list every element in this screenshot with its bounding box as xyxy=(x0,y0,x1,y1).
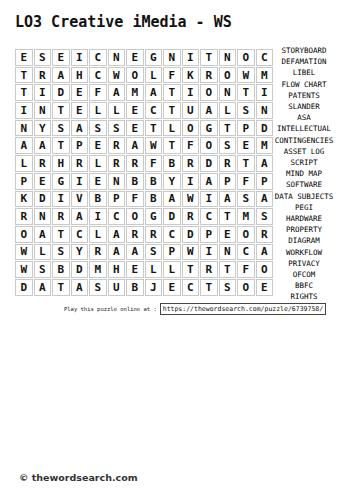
word-list-item: HARDWARE xyxy=(266,213,342,224)
grid-cell-r2c13: W xyxy=(237,67,255,84)
grid-cell-r8c9: Y xyxy=(163,173,181,190)
word-list-item: DATA SUBJECTS xyxy=(266,191,342,202)
grid-cell-r3c9: T xyxy=(163,84,181,101)
grid-cell-r11c12: E xyxy=(219,226,237,243)
grid-cell-r12c3: S xyxy=(52,244,70,261)
grid-cell-r2c8: L xyxy=(145,67,163,84)
grid-cell-r14c12: S xyxy=(219,279,237,296)
grid-cell-r7c8: F xyxy=(145,155,163,172)
grid-cell-r9c9: A xyxy=(163,191,181,208)
grid-cell-r13c13: F xyxy=(237,261,255,278)
grid-cell-r3c5: F xyxy=(89,84,107,101)
grid-cell-r3c4: E xyxy=(71,84,89,101)
word-list-item: SOFTWARE xyxy=(266,179,342,190)
grid-cell-r12c12: N xyxy=(219,244,237,261)
grid-cell-r4c6: L xyxy=(108,102,126,119)
grid-cell-r5c4: A xyxy=(71,120,89,137)
grid-cell-r1c7: E xyxy=(126,49,144,66)
grid-cell-r3c3: D xyxy=(52,84,70,101)
grid-cell-r2c3: A xyxy=(52,67,70,84)
grid-cell-r1c9: N xyxy=(163,49,181,66)
grid-cell-r1c5: C xyxy=(89,49,107,66)
grid-cell-r6c8: W xyxy=(145,137,163,154)
word-list-item: LIBEL xyxy=(266,67,342,78)
grid-cell-r9c11: I xyxy=(200,191,218,208)
grid-cell-r5c2: Y xyxy=(34,120,52,137)
puzzle-url-link[interactable]: https://thewordsearch.com/puzzle/6739758… xyxy=(160,303,326,315)
grid-cell-r4c3: T xyxy=(52,102,70,119)
grid-cell-r10c9: D xyxy=(163,208,181,225)
grid-cell-r2c4: H xyxy=(71,67,89,84)
grid-cell-r9c2: D xyxy=(34,191,52,208)
grid-cell-r12c5: R xyxy=(89,244,107,261)
grid-cell-r9c6: P xyxy=(108,191,126,208)
word-list-item: MIND MAP xyxy=(266,168,342,179)
grid-cell-r7c2: R xyxy=(34,155,52,172)
copyright-footer: © thewordsearch.com xyxy=(19,472,138,483)
grid-cell-r1c3: E xyxy=(52,49,70,66)
grid-cell-r13c9: L xyxy=(163,261,181,278)
grid-cell-r10c5: I xyxy=(89,208,107,225)
grid-cell-r6c5: E xyxy=(89,137,107,154)
grid-cell-r13c1: W xyxy=(15,261,33,278)
grid-cell-r7c6: R xyxy=(108,155,126,172)
grid-cell-r13c10: T xyxy=(182,261,200,278)
grid-cell-r7c13: T xyxy=(237,155,255,172)
word-list-item: PEGI xyxy=(266,202,342,213)
grid-cell-r6c6: R xyxy=(108,137,126,154)
grid-cell-r9c13: S xyxy=(237,191,255,208)
grid-cell-r14c6: U xyxy=(108,279,126,296)
grid-cell-r5c13: P xyxy=(237,120,255,137)
grid-cell-r11c3: T xyxy=(52,226,70,243)
grid-cell-r13c7: E xyxy=(126,261,144,278)
grid-cell-r5c1: N xyxy=(15,120,33,137)
word-list-item: DIAGRAM xyxy=(266,235,342,246)
grid-cell-r7c7: R xyxy=(126,155,144,172)
grid-cell-r8c7: B xyxy=(126,173,144,190)
grid-cell-r5c9: L xyxy=(163,120,181,137)
grid-cell-r6c2: A xyxy=(34,137,52,154)
grid-cell-r2c7: O xyxy=(126,67,144,84)
word-list-item: SLANDER xyxy=(266,101,342,112)
grid-cell-r5c11: G xyxy=(200,120,218,137)
word-list-item: FLOW CHART xyxy=(266,79,342,90)
grid-cell-r1c12: N xyxy=(219,49,237,66)
grid-cell-r4c10: U xyxy=(182,102,200,119)
grid-cell-r2c10: K xyxy=(182,67,200,84)
grid-cell-r2c11: R xyxy=(200,67,218,84)
grid-cell-r14c13: O xyxy=(237,279,255,296)
grid-cell-r9c5: B xyxy=(89,191,107,208)
grid-cell-r5c7: E xyxy=(126,120,144,137)
grid-cell-r3c13: T xyxy=(237,84,255,101)
play-online-label: Play this puzzle online at : xyxy=(64,306,157,312)
grid-cell-r13c11: R xyxy=(200,261,218,278)
grid-cell-r3c6: A xyxy=(108,84,126,101)
grid-cell-r10c12: T xyxy=(219,208,237,225)
page-title: LO3 Creative iMedia - WS xyxy=(15,13,232,31)
grid-cell-r8c5: E xyxy=(89,173,107,190)
word-list-item: RIGHTS xyxy=(266,291,342,302)
word-list-item: ASA xyxy=(266,112,342,123)
grid-cell-r14c4: A xyxy=(71,279,89,296)
grid-cell-r10c6: C xyxy=(108,208,126,225)
word-list-item: DEFAMATION xyxy=(266,56,342,67)
grid-cell-r6c12: S xyxy=(219,137,237,154)
grid-cell-r4c1: I xyxy=(15,102,33,119)
word-list-item: WORKFLOW xyxy=(266,247,342,258)
grid-cell-r9c7: F xyxy=(126,191,144,208)
grid-cell-r10c11: C xyxy=(200,208,218,225)
grid-cell-r6c4: P xyxy=(71,137,89,154)
grid-cell-r4c12: L xyxy=(219,102,237,119)
grid-cell-r12c1: W xyxy=(15,244,33,261)
grid-cell-r13c5: M xyxy=(89,261,107,278)
grid-cell-r9c10: W xyxy=(182,191,200,208)
grid-cell-r1c11: T xyxy=(200,49,218,66)
grid-cell-r1c10: I xyxy=(182,49,200,66)
grid-cell-r13c3: B xyxy=(52,261,70,278)
word-search-grid: ESEICNEGNITNOCTRAHCWOLFKROWMTIDEFAMATION… xyxy=(15,49,273,296)
grid-cell-r14c1: D xyxy=(15,279,33,296)
word-list-item: PRIVACY xyxy=(266,258,342,269)
grid-cell-r13c8: L xyxy=(145,261,163,278)
grid-cell-r11c10: D xyxy=(182,226,200,243)
grid-cell-r10c13: M xyxy=(237,208,255,225)
grid-cell-r7c12: R xyxy=(219,155,237,172)
grid-cell-r8c12: P xyxy=(219,173,237,190)
grid-cell-r11c2: A xyxy=(34,226,52,243)
grid-cell-r3c10: I xyxy=(182,84,200,101)
grid-cell-r3c8: A xyxy=(145,84,163,101)
grid-cell-r5c10: O xyxy=(182,120,200,137)
grid-cell-r9c8: B xyxy=(145,191,163,208)
grid-cell-r12c11: I xyxy=(200,244,218,261)
word-list-item: CONTINGENCIES xyxy=(266,135,342,146)
play-online-line: Play this puzzle online at : https://the… xyxy=(64,303,326,315)
grid-cell-r3c1: T xyxy=(15,84,33,101)
grid-cell-r8c13: F xyxy=(237,173,255,190)
grid-cell-r11c6: A xyxy=(108,226,126,243)
grid-cell-r3c7: M xyxy=(126,84,144,101)
grid-cell-r6c13: E xyxy=(237,137,255,154)
grid-cell-r14c9: E xyxy=(163,279,181,296)
grid-cell-r6c11: O xyxy=(200,137,218,154)
grid-cell-r12c9: P xyxy=(163,244,181,261)
grid-cell-r4c4: E xyxy=(71,102,89,119)
grid-cell-r10c2: N xyxy=(34,208,52,225)
grid-cell-r6c7: A xyxy=(126,137,144,154)
grid-cell-r4c11: A xyxy=(200,102,218,119)
grid-cell-r14c7: B xyxy=(126,279,144,296)
grid-cell-r12c13: C xyxy=(237,244,255,261)
grid-cell-r4c13: S xyxy=(237,102,255,119)
grid-cell-r1c4: I xyxy=(71,49,89,66)
grid-cell-r2c2: R xyxy=(34,67,52,84)
grid-cell-r11c4: C xyxy=(71,226,89,243)
grid-cell-r12c8: S xyxy=(145,244,163,261)
grid-cell-r7c9: B xyxy=(163,155,181,172)
grid-cell-r5c6: S xyxy=(108,120,126,137)
grid-cell-r5c3: S xyxy=(52,120,70,137)
grid-cell-r2c5: C xyxy=(89,67,107,84)
grid-cell-r6c1: A xyxy=(15,137,33,154)
grid-cell-r14c3: T xyxy=(52,279,70,296)
grid-cell-r2c9: F xyxy=(163,67,181,84)
grid-cell-r1c1: E xyxy=(15,49,33,66)
grid-cell-r13c12: T xyxy=(219,261,237,278)
grid-cell-r10c7: O xyxy=(126,208,144,225)
word-list-item: PROPERTY xyxy=(266,224,342,235)
grid-cell-r7c4: R xyxy=(71,155,89,172)
grid-cell-r5c8: T xyxy=(145,120,163,137)
word-list-item: BBFC xyxy=(266,280,342,291)
grid-cell-r14c8: J xyxy=(145,279,163,296)
grid-cell-r4c7: E xyxy=(126,102,144,119)
word-list-item: SCRIPT xyxy=(266,157,342,168)
grid-cell-r7c5: L xyxy=(89,155,107,172)
grid-cell-r7c10: R xyxy=(182,155,200,172)
grid-cell-r11c5: L xyxy=(89,226,107,243)
grid-cell-r8c10: I xyxy=(182,173,200,190)
word-list-item: STORYBOARD xyxy=(266,45,342,56)
grid-cell-r10c8: G xyxy=(145,208,163,225)
grid-cell-r9c3: I xyxy=(52,191,70,208)
grid-cell-r8c8: B xyxy=(145,173,163,190)
grid-cell-r11c9: C xyxy=(163,226,181,243)
grid-cell-r11c11: P xyxy=(200,226,218,243)
grid-cell-r14c10: C xyxy=(182,279,200,296)
grid-cell-r12c6: A xyxy=(108,244,126,261)
grid-cell-r14c11: T xyxy=(200,279,218,296)
grid-cell-r6c9: T xyxy=(163,137,181,154)
grid-cell-r7c3: H xyxy=(52,155,70,172)
grid-cell-r12c7: A xyxy=(126,244,144,261)
grid-cell-r8c11: A xyxy=(200,173,218,190)
grid-cell-r9c12: A xyxy=(219,191,237,208)
word-list: STORYBOARDDEFAMATIONLIBELFLOW CHARTPATEN… xyxy=(266,45,342,314)
grid-cell-r3c11: O xyxy=(200,84,218,101)
grid-cell-r1c6: N xyxy=(108,49,126,66)
grid-cell-r14c5: S xyxy=(89,279,107,296)
grid-cell-r11c1: O xyxy=(15,226,33,243)
grid-cell-r12c4: Y xyxy=(71,244,89,261)
grid-cell-r1c8: G xyxy=(145,49,163,66)
grid-cell-r8c2: E xyxy=(34,173,52,190)
grid-cell-r2c12: O xyxy=(219,67,237,84)
grid-cell-r11c13: O xyxy=(237,226,255,243)
grid-cell-r4c5: L xyxy=(89,102,107,119)
grid-cell-r2c1: T xyxy=(15,67,33,84)
grid-cell-r4c9: T xyxy=(163,102,181,119)
grid-cell-r4c8: C xyxy=(145,102,163,119)
grid-cell-r10c4: A xyxy=(71,208,89,225)
grid-cell-r13c4: D xyxy=(71,261,89,278)
grid-cell-r2c6: W xyxy=(108,67,126,84)
grid-cell-r1c2: S xyxy=(34,49,52,66)
word-list-item: ASSET LOG xyxy=(266,146,342,157)
grid-cell-r9c4: V xyxy=(71,191,89,208)
grid-cell-r10c10: R xyxy=(182,208,200,225)
grid-cell-r14c2: A xyxy=(34,279,52,296)
grid-cell-r10c1: R xyxy=(15,208,33,225)
grid-cell-r5c12: T xyxy=(219,120,237,137)
grid-cell-r12c10: W xyxy=(182,244,200,261)
grid-cell-r11c7: R xyxy=(126,226,144,243)
grid-cell-r9c1: K xyxy=(15,191,33,208)
grid-cell-r13c2: S xyxy=(34,261,52,278)
grid-cell-r8c6: N xyxy=(108,173,126,190)
word-list-item: INTELLECTUAL xyxy=(266,123,342,134)
grid-cell-r6c10: F xyxy=(182,137,200,154)
grid-cell-r8c4: I xyxy=(71,173,89,190)
grid-cell-r12c2: L xyxy=(34,244,52,261)
word-list-item: PATENTS xyxy=(266,90,342,101)
grid-cell-r3c2: I xyxy=(34,84,52,101)
grid-cell-r10c3: R xyxy=(52,208,70,225)
grid-cell-r1c13: O xyxy=(237,49,255,66)
grid-cell-r7c11: D xyxy=(200,155,218,172)
grid-cell-r6c3: T xyxy=(52,137,70,154)
grid-cell-r7c1: L xyxy=(15,155,33,172)
grid-cell-r8c1: P xyxy=(15,173,33,190)
grid-cell-r8c3: G xyxy=(52,173,70,190)
grid-cell-r3c12: N xyxy=(219,84,237,101)
grid-cell-r13c6: H xyxy=(108,261,126,278)
grid-cell-r11c8: R xyxy=(145,226,163,243)
grid-cell-r5c5: S xyxy=(89,120,107,137)
grid-cell-r4c2: N xyxy=(34,102,52,119)
word-list-item: OFCOM xyxy=(266,269,342,280)
